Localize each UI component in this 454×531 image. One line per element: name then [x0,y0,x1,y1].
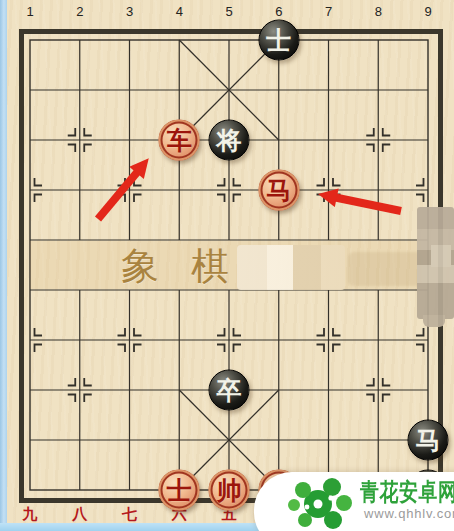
red-advisor[interactable]: 士 [159,470,200,511]
xiangqi-screenshot: 象 棋 123456789 九八七六五 士车将马卒马士帅士 青花安卓网 www.… [0,0,454,531]
red-horse[interactable]: 马 [258,170,299,211]
black-advisor[interactable]: 士 [258,20,299,61]
black-soldier[interactable]: 卒 [209,370,250,411]
censor-smudge-river [348,252,422,286]
black-horse[interactable]: 马 [408,420,449,461]
red-chariot[interactable]: 车 [159,120,200,161]
watermark-site-url: www.qhhlv.com [364,506,454,521]
censor-mosaic-river [237,245,345,290]
river-calligraphy-qi: 棋 [191,246,229,286]
red-general[interactable]: 帅 [209,470,250,511]
watermark-site-name: 青花安卓网 [360,476,454,508]
river-calligraphy-xiang: 象 [121,246,159,286]
qhhlv-logo-icon [282,474,362,531]
black-general[interactable]: 将 [209,120,250,161]
censor-mosaic-right [417,207,454,319]
